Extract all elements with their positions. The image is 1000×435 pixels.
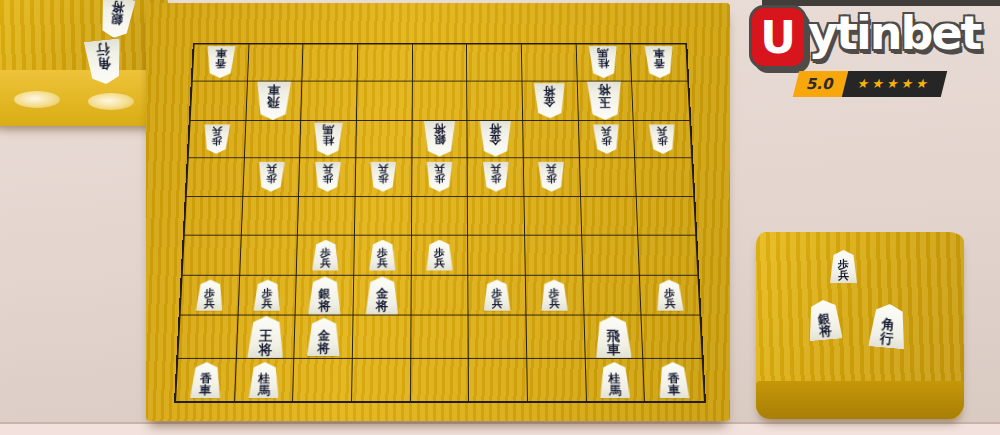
piece-gote-pawn[interactable]: 歩兵	[483, 162, 509, 192]
piece-gote-knight[interactable]: 桂馬	[314, 123, 343, 156]
piece-gote-pawn[interactable]: 歩兵	[370, 162, 396, 192]
piece-sente-rook[interactable]: 飛車	[595, 316, 632, 358]
board-cell[interactable]: 歩兵	[579, 121, 636, 159]
piece-sente-pawn[interactable]: 歩兵	[369, 240, 396, 271]
brand-row: U ytinbet	[752, 8, 990, 66]
board-cell[interactable]	[411, 316, 469, 359]
piece-sente-lance[interactable]: 香車	[658, 362, 690, 398]
board-cell[interactable]	[525, 236, 583, 276]
board-cell[interactable]	[303, 44, 359, 81]
piece-sente-pawn[interactable]: 歩兵	[196, 280, 224, 311]
board-cell[interactable]: 歩兵	[243, 158, 300, 196]
board-cell[interactable]: 桂馬	[576, 44, 632, 81]
photo-scene: 銀将角行 香車桂馬香車飛車金将玉将歩兵桂馬銀将金将歩兵歩兵歩兵歩兵歩兵歩兵歩兵歩…	[0, 0, 1000, 435]
carved-groove	[88, 93, 134, 110]
board-cell[interactable]: 桂馬	[300, 121, 357, 159]
board-cell[interactable]	[581, 197, 639, 236]
board-cell[interactable]	[241, 197, 299, 236]
board-cell[interactable]: 金将	[468, 121, 524, 159]
komadai-front-face	[756, 381, 964, 419]
piece-sente-lance[interactable]: 香車	[190, 362, 222, 398]
board-cell[interactable]	[580, 158, 637, 196]
piece-sente-pawn[interactable]: 歩兵	[541, 280, 568, 311]
board-cell[interactable]: 歩兵	[238, 276, 297, 316]
piece-sente-pawn[interactable]: 歩兵	[484, 280, 511, 311]
komadai-front-face	[0, 70, 168, 126]
board-cell[interactable]	[191, 81, 248, 120]
board-cell[interactable]: 銀将	[296, 276, 354, 316]
board-cell[interactable]	[412, 81, 467, 120]
board-cell[interactable]: 飛車	[246, 81, 303, 120]
piece-sente-pawn[interactable]: 歩兵	[830, 250, 857, 283]
piece-gote-knight[interactable]: 桂馬	[589, 46, 618, 78]
board-cell[interactable]	[469, 316, 527, 359]
board-cell[interactable]: 金将	[295, 316, 354, 359]
board-cell[interactable]: 飛車	[584, 316, 643, 359]
board-cell[interactable]: 歩兵	[640, 276, 699, 316]
board-cell[interactable]	[468, 236, 525, 276]
board-cell[interactable]	[187, 158, 245, 196]
piece-sente-king[interactable]: 王将	[247, 316, 284, 358]
board-cell[interactable]	[582, 236, 640, 276]
piece-gote-king[interactable]: 玉将	[588, 81, 623, 119]
board-cell[interactable]: 歩兵	[468, 158, 525, 196]
piece-sente-gold[interactable]: 金将	[307, 318, 340, 357]
star-rating-icons: ★★★★★	[841, 71, 947, 97]
piece-sente-silver[interactable]: 銀将	[806, 299, 842, 342]
piece-gote-pawn[interactable]: 歩兵	[593, 124, 620, 153]
board-cell[interactable]: 歩兵	[526, 276, 584, 316]
piece-gote-gold[interactable]: 金将	[534, 83, 566, 118]
board-cell[interactable]: 歩兵	[354, 236, 411, 276]
board-cell[interactable]	[411, 276, 469, 316]
shogi-board: 香車桂馬香車飛車金将玉将歩兵桂馬銀将金将歩兵歩兵歩兵歩兵歩兵歩兵歩兵歩兵歩兵歩兵…	[146, 3, 730, 421]
board-cell[interactable]	[353, 316, 411, 359]
board-cell[interactable]	[635, 158, 693, 196]
piece-gote-pawn[interactable]: 歩兵	[258, 162, 285, 192]
brand-letter-badge: U	[752, 8, 804, 66]
piece-gote-lance[interactable]: 香車	[644, 46, 673, 78]
piece-sente-bishop[interactable]: 角行	[868, 303, 908, 350]
board-cell[interactable]	[411, 359, 470, 401]
board-cell[interactable]	[245, 121, 302, 159]
board-cell[interactable]: 歩兵	[634, 121, 691, 159]
piece-sente-knight[interactable]: 桂馬	[599, 362, 630, 398]
board-cell[interactable]: 桂馬	[585, 359, 645, 401]
board-cell[interactable]	[527, 359, 586, 401]
piece-gote-pawn[interactable]: 歩兵	[649, 124, 676, 153]
board-cell[interactable]	[298, 197, 355, 236]
board-grid: 香車桂馬香車飛車金将玉将歩兵桂馬銀将金将歩兵歩兵歩兵歩兵歩兵歩兵歩兵歩兵歩兵歩兵…	[174, 43, 706, 403]
board-cell[interactable]: 歩兵	[356, 158, 412, 196]
board-cell[interactable]: 金将	[354, 276, 412, 316]
piece-gote-gold[interactable]: 金将	[479, 121, 511, 157]
rating-value: 5.0	[793, 71, 848, 97]
board-cell[interactable]	[240, 236, 298, 276]
board-cell[interactable]	[642, 316, 702, 359]
board-cell[interactable]: 歩兵	[524, 158, 581, 196]
board-cell[interactable]	[352, 359, 411, 401]
board-cell[interactable]	[469, 359, 528, 401]
board-cell[interactable]	[357, 81, 413, 120]
board-cell[interactable]: 金将	[522, 81, 578, 120]
board-cell[interactable]: 香車	[631, 44, 687, 81]
board-cell[interactable]	[358, 44, 413, 81]
board-cell[interactable]	[356, 121, 412, 159]
board-cell[interactable]	[468, 197, 525, 236]
piece-gote-lance[interactable]: 香車	[206, 46, 235, 78]
piece-sente-gold[interactable]: 金将	[366, 276, 399, 314]
board-cell[interactable]	[526, 316, 585, 359]
piece-gote-silver[interactable]: 銀将	[424, 121, 455, 157]
uytinbet-logo: U ytinbet 5.0 ★★★★★	[752, 8, 990, 97]
board-cell[interactable]	[637, 197, 695, 236]
board-cell[interactable]: 歩兵	[297, 236, 355, 276]
board-cell[interactable]: 歩兵	[412, 158, 468, 196]
board-cell[interactable]: 香車	[644, 359, 704, 401]
piece-sente-pawn[interactable]: 歩兵	[656, 280, 684, 311]
board-cell[interactable]: 歩兵	[299, 158, 356, 196]
gote-komadai: 銀将角行	[0, 0, 168, 126]
board-cell[interactable]	[639, 236, 698, 276]
rating-ribbon: 5.0 ★★★★★	[793, 71, 947, 97]
piece-gote-pawn[interactable]: 歩兵	[204, 124, 231, 153]
board-cell[interactable]	[412, 197, 469, 236]
board-cell[interactable]	[583, 276, 642, 316]
piece-gote-pawn[interactable]: 歩兵	[314, 162, 340, 192]
board-cell[interactable]	[301, 81, 357, 120]
piece-gote-rook[interactable]: 飛車	[256, 81, 291, 119]
board-cell[interactable]: 歩兵	[411, 236, 468, 276]
table-front-edge	[0, 422, 1000, 435]
board-cell[interactable]	[467, 44, 522, 81]
board-cell[interactable]	[185, 197, 243, 236]
board-cell[interactable]: 歩兵	[189, 121, 246, 159]
board-cell[interactable]	[632, 81, 689, 120]
board-cell[interactable]	[413, 44, 468, 81]
piece-gote-silver[interactable]: 銀将	[97, 0, 135, 40]
board-cell[interactable]	[293, 359, 352, 401]
board-cell[interactable]	[183, 236, 242, 276]
piece-sente-knight[interactable]: 桂馬	[249, 362, 280, 398]
piece-gote-pawn[interactable]: 歩兵	[427, 162, 453, 192]
board-cell[interactable]	[355, 197, 412, 236]
piece-sente-pawn[interactable]: 歩兵	[253, 280, 281, 311]
brand-text: ytinbet	[808, 8, 981, 59]
piece-sente-pawn[interactable]: 歩兵	[312, 240, 339, 271]
sente-komadai: 歩兵銀将角行	[756, 232, 964, 419]
board-cell[interactable]: 桂馬	[235, 359, 295, 401]
board-cell[interactable]	[524, 197, 581, 236]
board-cell[interactable]	[522, 44, 578, 81]
board-cell[interactable]	[467, 81, 523, 120]
piece-gote-pawn[interactable]: 歩兵	[538, 162, 564, 192]
board-cell[interactable]	[178, 316, 238, 359]
piece-sente-pawn[interactable]: 歩兵	[426, 240, 452, 271]
board-cell[interactable]: 歩兵	[181, 276, 240, 316]
board-cell[interactable]: 玉将	[577, 81, 634, 120]
board-cell[interactable]: 銀将	[412, 121, 468, 159]
board-cell[interactable]	[523, 121, 579, 159]
board-cell[interactable]: 香車	[193, 44, 249, 81]
piece-sente-silver[interactable]: 銀将	[308, 276, 341, 314]
board-cell[interactable]: 王将	[236, 316, 295, 359]
board-cell[interactable]: 歩兵	[469, 276, 527, 316]
board-cell[interactable]: 香車	[176, 359, 236, 401]
carved-groove	[14, 91, 60, 108]
board-cell[interactable]	[248, 44, 304, 81]
